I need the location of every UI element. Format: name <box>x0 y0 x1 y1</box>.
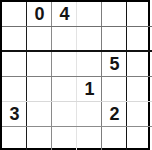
cell-r5c1[interactable] <box>27 127 52 150</box>
cell-r4c3[interactable] <box>77 102 102 127</box>
cell-r1c0[interactable] <box>2 27 27 52</box>
cell-r4c0[interactable]: 3 <box>2 102 27 127</box>
cell-r5c0[interactable] <box>2 127 27 150</box>
cell-r1c4[interactable] <box>102 27 127 52</box>
cell-r5c2[interactable] <box>52 127 77 150</box>
cell-r5c5[interactable] <box>127 127 152 150</box>
cell-r2c1[interactable] <box>27 52 52 77</box>
cell-r5c4[interactable] <box>102 127 127 150</box>
cell-r1c1[interactable] <box>27 27 52 52</box>
cell-r0c2[interactable]: 4 <box>52 2 77 27</box>
cell-r3c2[interactable] <box>52 77 77 102</box>
cell-r4c5[interactable] <box>127 102 152 127</box>
puzzle-screenshot: 045132 <box>0 0 150 150</box>
cell-r0c5[interactable] <box>127 2 152 27</box>
cell-r2c2[interactable] <box>52 52 77 77</box>
cell-r4c1[interactable] <box>27 102 52 127</box>
cell-r2c5[interactable] <box>127 52 152 77</box>
cell-r1c5[interactable] <box>127 27 152 52</box>
cell-r5c3[interactable] <box>77 127 102 150</box>
cell-r3c1[interactable] <box>27 77 52 102</box>
cell-r0c3[interactable] <box>77 2 102 27</box>
puzzle-board: 045132 <box>0 0 150 150</box>
cell-r2c4[interactable]: 5 <box>102 52 127 77</box>
cell-r0c0[interactable] <box>2 2 27 27</box>
cell-r1c2[interactable] <box>52 27 77 52</box>
cell-r0c4[interactable] <box>102 2 127 27</box>
cell-r3c3[interactable]: 1 <box>77 77 102 102</box>
cell-r2c0[interactable] <box>2 52 27 77</box>
cell-r1c3[interactable] <box>77 27 102 52</box>
cell-r4c4[interactable]: 2 <box>102 102 127 127</box>
cell-r3c5[interactable] <box>127 77 152 102</box>
cell-r4c2[interactable] <box>52 102 77 127</box>
cell-r3c4[interactable] <box>102 77 127 102</box>
cell-r2c3[interactable] <box>77 52 102 77</box>
cell-r0c1[interactable]: 0 <box>27 2 52 27</box>
cell-r3c0[interactable] <box>2 77 27 102</box>
